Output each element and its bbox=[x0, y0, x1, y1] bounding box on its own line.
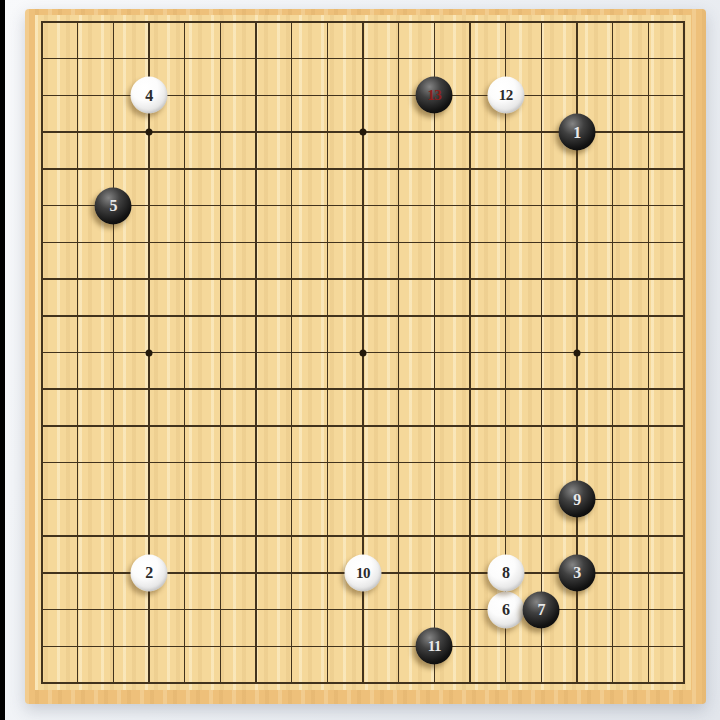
grid-line-horizontal bbox=[41, 646, 685, 648]
stone-move-10: 10 bbox=[345, 554, 382, 591]
stone-move-13: 13 bbox=[416, 77, 453, 114]
grid-line-vertical bbox=[434, 21, 436, 684]
stone-move-6: 6 bbox=[487, 591, 524, 628]
stone-move-9: 9 bbox=[559, 481, 596, 518]
stone-move-5: 5 bbox=[95, 187, 132, 224]
grid-line-vertical bbox=[612, 21, 614, 684]
star-point bbox=[146, 349, 153, 356]
move-number-label: 12 bbox=[499, 88, 513, 103]
move-number-label: 1 bbox=[573, 124, 581, 140]
star-point bbox=[574, 349, 581, 356]
move-number-label: 13 bbox=[427, 88, 441, 103]
stone-move-3: 3 bbox=[559, 554, 596, 591]
star-point bbox=[360, 349, 367, 356]
grid-line-vertical bbox=[683, 21, 685, 684]
move-number-label: 4 bbox=[145, 87, 153, 103]
stone-move-2: 2 bbox=[131, 554, 168, 591]
grid-line-horizontal bbox=[41, 535, 685, 537]
stone-move-11: 11 bbox=[416, 628, 453, 665]
grid-line-vertical bbox=[648, 21, 650, 684]
grid-line-vertical bbox=[398, 21, 400, 684]
move-number-label: 10 bbox=[356, 565, 370, 580]
move-number-label: 2 bbox=[145, 565, 153, 581]
screen-edge-bar bbox=[0, 0, 5, 720]
grid-line-horizontal bbox=[41, 682, 685, 684]
move-number-label: 11 bbox=[428, 639, 441, 654]
stone-move-7: 7 bbox=[523, 591, 560, 628]
stone-move-12: 12 bbox=[487, 77, 524, 114]
stone-move-4: 4 bbox=[131, 77, 168, 114]
move-number-label: 3 bbox=[573, 565, 581, 581]
go-app-screen: 12345678910111213 bbox=[0, 0, 720, 720]
go-board[interactable]: 12345678910111213 bbox=[25, 9, 706, 704]
board-grid[interactable]: 12345678910111213 bbox=[42, 22, 684, 683]
stone-move-8: 8 bbox=[487, 554, 524, 591]
move-number-label: 7 bbox=[538, 602, 546, 618]
grid-line-horizontal bbox=[41, 462, 685, 464]
star-point bbox=[146, 129, 153, 136]
move-number-label: 9 bbox=[573, 491, 581, 507]
star-point bbox=[360, 129, 367, 136]
stone-move-1: 1 bbox=[559, 114, 596, 151]
grid-line-horizontal bbox=[41, 425, 685, 427]
grid-line-horizontal bbox=[41, 609, 685, 611]
grid-line-vertical bbox=[469, 21, 471, 684]
grid-line-vertical bbox=[541, 21, 543, 684]
move-number-label: 5 bbox=[110, 198, 118, 214]
move-number-label: 8 bbox=[502, 565, 510, 581]
move-number-label: 6 bbox=[502, 602, 510, 618]
grid-line-horizontal bbox=[41, 388, 685, 390]
